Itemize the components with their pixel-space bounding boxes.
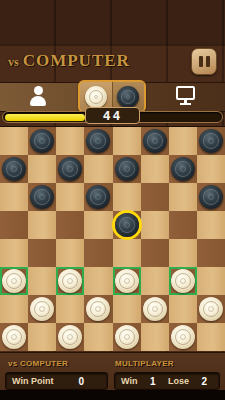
black-piece[interactable] — [115, 213, 139, 237]
board-square — [28, 155, 56, 183]
board-square — [56, 127, 84, 155]
board-square[interactable] — [141, 239, 169, 267]
board-square — [169, 239, 197, 267]
board-square[interactable] — [56, 211, 84, 239]
white-piece[interactable] — [171, 325, 195, 349]
board-square[interactable] — [197, 127, 225, 155]
board-square — [28, 323, 56, 351]
lose-label: Lose — [168, 376, 189, 386]
board-square[interactable] — [141, 295, 169, 323]
board-square — [197, 323, 225, 351]
white-piece[interactable] — [30, 297, 54, 321]
turn-timer: 44 — [85, 107, 140, 124]
black-piece[interactable] — [143, 129, 167, 153]
board-square — [113, 183, 141, 211]
board-square[interactable] — [197, 239, 225, 267]
board-square — [113, 295, 141, 323]
white-checker-icon — [85, 86, 107, 108]
white-piece[interactable] — [58, 269, 82, 293]
board-square — [0, 183, 28, 211]
checkers-board — [0, 126, 225, 351]
board-square[interactable] — [84, 239, 112, 267]
board-square — [0, 295, 28, 323]
board-square — [197, 267, 225, 295]
turn-progress-fill — [5, 114, 85, 121]
white-piece[interactable] — [143, 297, 167, 321]
footer-panel: vs COMPUTER Win Point 0 MULTIPLAYER Win … — [0, 352, 225, 390]
board-square — [56, 295, 84, 323]
white-piece[interactable] — [115, 269, 139, 293]
board-square[interactable] — [0, 267, 28, 295]
pause-button[interactable] — [191, 48, 217, 75]
board-square — [28, 267, 56, 295]
footer-multiplayer-label: MULTIPLAYER — [115, 359, 174, 368]
board-square — [113, 239, 141, 267]
board-square — [84, 267, 112, 295]
board-square — [169, 183, 197, 211]
board-square — [0, 127, 28, 155]
title-main: COMPUTER — [23, 51, 130, 71]
black-piece[interactable] — [58, 157, 82, 181]
computer-monitor-icon — [176, 86, 195, 108]
board-square[interactable] — [141, 127, 169, 155]
board-square[interactable] — [84, 295, 112, 323]
board-square — [141, 323, 169, 351]
board-square — [56, 183, 84, 211]
white-piece[interactable] — [58, 325, 82, 349]
board-square[interactable] — [113, 267, 141, 295]
board-square — [169, 127, 197, 155]
person-icon — [27, 86, 49, 108]
board-square[interactable] — [84, 127, 112, 155]
board-square[interactable] — [56, 155, 84, 183]
board-square[interactable] — [197, 183, 225, 211]
win-label: Win — [121, 376, 137, 386]
multiplayer-record-bar: Win 1 Lose 2 — [114, 372, 220, 390]
footer-vs-computer-label: vs COMPUTER — [8, 359, 68, 368]
board-square — [141, 211, 169, 239]
board-square[interactable] — [197, 295, 225, 323]
board-square[interactable] — [113, 155, 141, 183]
board-square[interactable] — [28, 295, 56, 323]
black-piece[interactable] — [86, 129, 110, 153]
board-square[interactable] — [28, 239, 56, 267]
black-piece[interactable] — [86, 185, 110, 209]
board-square[interactable] — [0, 155, 28, 183]
white-piece[interactable] — [86, 297, 110, 321]
app-screen: vs COMPUTER 44 vs COMPUTER Win Point 0 M… — [0, 0, 225, 400]
board-square — [197, 155, 225, 183]
white-piece[interactable] — [199, 297, 223, 321]
page-title: vs COMPUTER — [8, 51, 130, 71]
win-point-label: Win Point — [12, 376, 53, 386]
turn-timer-value: 44 — [103, 108, 123, 123]
board-square[interactable] — [56, 267, 84, 295]
board-square[interactable] — [84, 183, 112, 211]
white-piece[interactable] — [2, 269, 26, 293]
white-piece[interactable] — [2, 325, 26, 349]
board-square — [197, 211, 225, 239]
black-piece[interactable] — [2, 157, 26, 181]
title-prefix: vs — [8, 55, 19, 70]
board-square[interactable] — [56, 323, 84, 351]
lose-value: 2 — [201, 376, 207, 387]
board-square — [84, 211, 112, 239]
board-square — [113, 127, 141, 155]
board-square[interactable] — [28, 127, 56, 155]
board-square — [84, 323, 112, 351]
board-square — [0, 239, 28, 267]
black-piece[interactable] — [115, 157, 139, 181]
board-square — [169, 295, 197, 323]
board-square[interactable] — [113, 211, 141, 239]
board-square — [84, 155, 112, 183]
win-point-value: 0 — [78, 376, 84, 387]
board-square[interactable] — [169, 323, 197, 351]
black-piece[interactable] — [30, 129, 54, 153]
board-square[interactable] — [141, 183, 169, 211]
pause-icon — [206, 56, 210, 67]
win-point-bar: Win Point 0 — [5, 372, 108, 390]
board-square[interactable] — [0, 323, 28, 351]
board-square[interactable] — [0, 211, 28, 239]
black-checker-icon — [117, 86, 139, 108]
board-square — [141, 155, 169, 183]
black-piece[interactable] — [199, 129, 223, 153]
board-square[interactable] — [113, 323, 141, 351]
black-piece[interactable] — [199, 185, 223, 209]
board-square[interactable] — [169, 155, 197, 183]
board-square[interactable] — [169, 267, 197, 295]
board-square — [28, 211, 56, 239]
board-square[interactable] — [169, 211, 197, 239]
white-piece[interactable] — [115, 325, 139, 349]
pause-icon — [199, 56, 203, 67]
board-square[interactable] — [28, 183, 56, 211]
black-piece[interactable] — [30, 185, 54, 209]
bottom-black-strip — [0, 390, 225, 400]
white-piece[interactable] — [171, 269, 195, 293]
black-piece[interactable] — [171, 157, 195, 181]
board-square — [56, 239, 84, 267]
board-square — [141, 267, 169, 295]
win-value: 1 — [150, 376, 156, 387]
